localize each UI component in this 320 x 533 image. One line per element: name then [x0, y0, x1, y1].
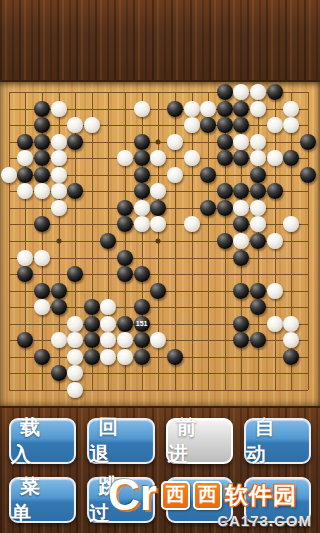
black-stone	[217, 134, 233, 150]
white-stone	[233, 233, 249, 249]
grid-line-horizontal	[9, 390, 308, 391]
watermark-domain: CA173.COM	[217, 512, 312, 529]
watermark-box-2: 西	[193, 481, 222, 510]
black-stone	[17, 167, 33, 183]
black-stone	[267, 183, 283, 199]
white-stone	[167, 134, 183, 150]
black-stone	[233, 332, 249, 348]
grid-line-horizontal	[9, 357, 308, 358]
grid-line-horizontal	[9, 274, 308, 275]
black-stone	[134, 134, 150, 150]
white-stone	[184, 117, 200, 133]
black-stone	[84, 349, 100, 365]
black-stone	[134, 183, 150, 199]
black-stone	[134, 349, 150, 365]
star-point	[56, 238, 61, 243]
black-stone	[134, 266, 150, 282]
white-stone	[51, 150, 67, 166]
black-stone	[217, 150, 233, 166]
star-point	[156, 139, 161, 144]
white-stone	[184, 216, 200, 232]
white-stone	[84, 117, 100, 133]
wood-background-top	[0, 0, 320, 80]
black-stone	[200, 200, 216, 216]
black-stone	[34, 283, 50, 299]
black-stone	[233, 250, 249, 266]
white-stone	[51, 332, 67, 348]
black-stone	[51, 299, 67, 315]
watermark-suffix: 软件园	[225, 480, 297, 511]
white-stone	[283, 101, 299, 117]
black-stone	[117, 316, 133, 332]
black-stone	[84, 299, 100, 315]
black-stone	[117, 216, 133, 232]
black-stone	[150, 283, 166, 299]
white-stone	[267, 283, 283, 299]
black-stone	[250, 332, 266, 348]
white-stone	[134, 101, 150, 117]
white-stone	[233, 200, 249, 216]
white-stone	[67, 316, 83, 332]
white-stone	[17, 250, 33, 266]
grid-line-horizontal	[9, 258, 308, 259]
white-stone	[184, 150, 200, 166]
white-stone	[1, 167, 17, 183]
black-stone	[134, 167, 150, 183]
black-stone	[200, 167, 216, 183]
black-stone	[217, 117, 233, 133]
black-stone	[34, 134, 50, 150]
white-stone	[283, 117, 299, 133]
white-stone	[250, 134, 266, 150]
black-stone	[233, 101, 249, 117]
auto-button[interactable]: 自动	[244, 418, 311, 464]
white-stone	[100, 349, 116, 365]
last-move-stone: 151	[134, 316, 150, 332]
black-stone	[217, 84, 233, 100]
white-stone	[250, 101, 266, 117]
grid-line-vertical	[208, 92, 209, 390]
black-stone	[300, 134, 316, 150]
black-stone	[233, 117, 249, 133]
undo-button[interactable]: 回退	[87, 418, 154, 464]
black-stone	[233, 283, 249, 299]
white-stone	[67, 349, 83, 365]
black-stone	[283, 349, 299, 365]
white-stone	[34, 183, 50, 199]
white-stone	[34, 250, 50, 266]
black-stone	[34, 216, 50, 232]
white-stone	[100, 332, 116, 348]
black-stone	[34, 117, 50, 133]
black-stone	[150, 200, 166, 216]
white-stone	[233, 84, 249, 100]
white-stone	[117, 349, 133, 365]
black-stone	[84, 332, 100, 348]
white-stone	[150, 332, 166, 348]
watermark-brand: Cr 西 西 软件园	[108, 473, 297, 517]
black-stone	[17, 134, 33, 150]
go-board[interactable]: 151	[0, 80, 320, 408]
move-number-label: 151	[136, 320, 148, 327]
black-stone	[233, 150, 249, 166]
black-stone	[34, 167, 50, 183]
white-stone	[117, 332, 133, 348]
white-stone	[250, 200, 266, 216]
white-stone	[283, 332, 299, 348]
white-stone	[17, 150, 33, 166]
white-stone	[34, 299, 50, 315]
black-stone	[67, 134, 83, 150]
white-stone	[184, 101, 200, 117]
white-stone	[267, 316, 283, 332]
white-stone	[67, 332, 83, 348]
black-stone	[217, 183, 233, 199]
white-stone	[200, 101, 216, 117]
black-stone	[134, 299, 150, 315]
black-stone	[67, 183, 83, 199]
white-stone	[150, 150, 166, 166]
black-stone	[233, 216, 249, 232]
white-stone	[283, 216, 299, 232]
black-stone	[200, 117, 216, 133]
white-stone	[250, 216, 266, 232]
white-stone	[67, 117, 83, 133]
white-stone	[267, 233, 283, 249]
grid-line-vertical	[192, 92, 193, 390]
white-stone	[51, 167, 67, 183]
white-stone	[51, 101, 67, 117]
white-stone	[51, 200, 67, 216]
grid-line-horizontal	[9, 324, 308, 325]
white-stone	[283, 316, 299, 332]
white-stone	[150, 183, 166, 199]
white-stone	[117, 150, 133, 166]
black-stone	[51, 283, 67, 299]
watermark-box-1: 西	[161, 481, 190, 510]
black-stone	[67, 266, 83, 282]
white-stone	[17, 183, 33, 199]
black-stone	[117, 266, 133, 282]
white-stone	[267, 117, 283, 133]
black-stone	[233, 183, 249, 199]
black-stone	[233, 316, 249, 332]
white-stone	[51, 183, 67, 199]
black-stone	[300, 167, 316, 183]
white-stone	[67, 382, 83, 398]
toolbar-row-1: 载入 回退 前进 自动	[0, 418, 320, 464]
black-stone	[117, 250, 133, 266]
white-stone	[100, 299, 116, 315]
black-stone	[134, 150, 150, 166]
white-stone	[250, 150, 266, 166]
black-stone	[117, 200, 133, 216]
black-stone	[34, 150, 50, 166]
black-stone	[250, 167, 266, 183]
black-stone	[267, 84, 283, 100]
black-stone	[34, 101, 50, 117]
white-stone	[250, 84, 266, 100]
menu-button[interactable]: 菜单	[9, 477, 76, 523]
black-stone	[250, 283, 266, 299]
black-stone	[217, 233, 233, 249]
black-stone	[250, 299, 266, 315]
black-stone	[250, 233, 266, 249]
black-stone	[34, 349, 50, 365]
black-stone	[100, 233, 116, 249]
black-stone	[51, 365, 67, 381]
load-button[interactable]: 载入	[9, 418, 76, 464]
white-stone	[150, 216, 166, 232]
black-stone	[84, 316, 100, 332]
white-stone	[134, 216, 150, 232]
go-app-screen: 151 载入 回退 前进 自动 菜单 跳过 Cr 西 西 软件园 CA173.C…	[0, 0, 320, 533]
black-stone	[17, 266, 33, 282]
white-stone	[267, 150, 283, 166]
black-stone	[134, 332, 150, 348]
forward-button[interactable]: 前进	[166, 418, 233, 464]
white-stone	[51, 134, 67, 150]
white-stone	[167, 167, 183, 183]
watermark: Cr 西 西 软件园 CA173.COM	[108, 471, 314, 533]
star-point	[156, 238, 161, 243]
white-stone	[233, 134, 249, 150]
black-stone	[167, 101, 183, 117]
black-stone	[283, 150, 299, 166]
white-stone	[134, 200, 150, 216]
white-stone	[100, 316, 116, 332]
black-stone	[250, 183, 266, 199]
black-stone	[217, 200, 233, 216]
black-stone	[17, 332, 33, 348]
watermark-logo-icon: Cr	[108, 473, 157, 517]
black-stone	[167, 349, 183, 365]
black-stone	[217, 101, 233, 117]
white-stone	[67, 365, 83, 381]
